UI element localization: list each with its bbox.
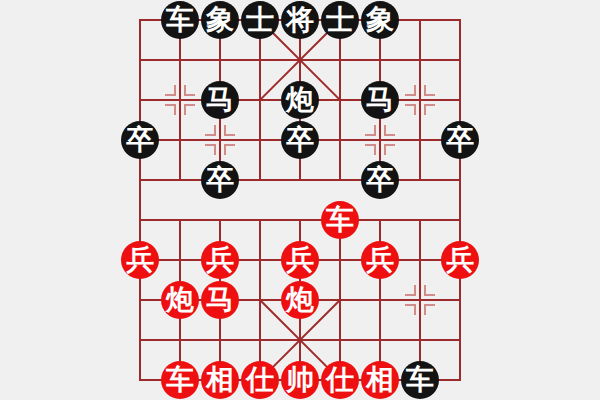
point-marker [405, 285, 416, 296]
piece-black-chariot-left[interactable]: 车 [161, 1, 199, 39]
piece-red-elephant-left[interactable]: 相 [201, 361, 239, 399]
point-marker [165, 104, 176, 115]
piece-black-elephant-left[interactable]: 象 [201, 1, 239, 39]
point-marker [405, 304, 416, 315]
grid-line-vertical [459, 19, 461, 381]
piece-black-cannon[interactable]: 炮 [281, 81, 319, 119]
piece-black-horse-right[interactable]: 马 [361, 81, 399, 119]
piece-black-general[interactable]: 将 [281, 1, 319, 39]
point-marker [384, 125, 395, 136]
point-marker [424, 85, 435, 96]
piece-red-pawn-file1[interactable]: 兵 [121, 241, 159, 279]
point-marker [184, 104, 195, 115]
piece-black-pawn-file9[interactable]: 卒 [441, 121, 479, 159]
grid-line-vertical [179, 19, 181, 181]
piece-black-pawn-file3[interactable]: 卒 [201, 161, 239, 199]
point-marker [224, 144, 235, 155]
point-marker [424, 104, 435, 115]
piece-black-chariot-right[interactable]: 车 [401, 361, 439, 399]
piece-red-advisor-right[interactable]: 仕 [321, 361, 359, 399]
piece-red-elephant-right[interactable]: 相 [361, 361, 399, 399]
piece-red-pawn-file5[interactable]: 兵 [281, 241, 319, 279]
grid-line-vertical [419, 219, 421, 381]
point-marker [165, 85, 176, 96]
piece-black-pawn-file1[interactable]: 卒 [121, 121, 159, 159]
piece-red-pawn-file3[interactable]: 兵 [201, 241, 239, 279]
piece-black-pawn-file7[interactable]: 卒 [361, 161, 399, 199]
point-marker [424, 285, 435, 296]
piece-black-horse-left[interactable]: 马 [201, 81, 239, 119]
point-marker [205, 125, 216, 136]
piece-red-chariot-right[interactable]: 车 [321, 201, 359, 239]
piece-red-horse[interactable]: 马 [201, 281, 239, 319]
grid-line-vertical [139, 19, 141, 381]
grid-line-vertical [419, 19, 421, 181]
point-marker [184, 85, 195, 96]
point-marker [405, 85, 416, 96]
piece-red-pawn-file9[interactable]: 兵 [441, 241, 479, 279]
point-marker [224, 125, 235, 136]
piece-red-chariot-left[interactable]: 车 [161, 361, 199, 399]
piece-black-elephant-right[interactable]: 象 [361, 1, 399, 39]
xiangqi-board[interactable]: 车象士将士象马炮马卒卒卒卒卒车车兵兵兵兵兵炮马炮车相仕帅仕相 [0, 0, 600, 400]
point-marker [424, 304, 435, 315]
piece-red-advisor-left[interactable]: 仕 [241, 361, 279, 399]
piece-black-advisor-right[interactable]: 士 [321, 1, 359, 39]
piece-black-pawn-file5[interactable]: 卒 [281, 121, 319, 159]
point-marker [365, 125, 376, 136]
point-marker [205, 144, 216, 155]
piece-red-general[interactable]: 帅 [281, 361, 319, 399]
piece-red-cannon-center[interactable]: 炮 [281, 281, 319, 319]
piece-black-advisor-left[interactable]: 士 [241, 1, 279, 39]
piece-red-pawn-file7[interactable]: 兵 [361, 241, 399, 279]
point-marker [405, 104, 416, 115]
point-marker [384, 144, 395, 155]
point-marker [365, 144, 376, 155]
piece-red-cannon-left[interactable]: 炮 [161, 281, 199, 319]
